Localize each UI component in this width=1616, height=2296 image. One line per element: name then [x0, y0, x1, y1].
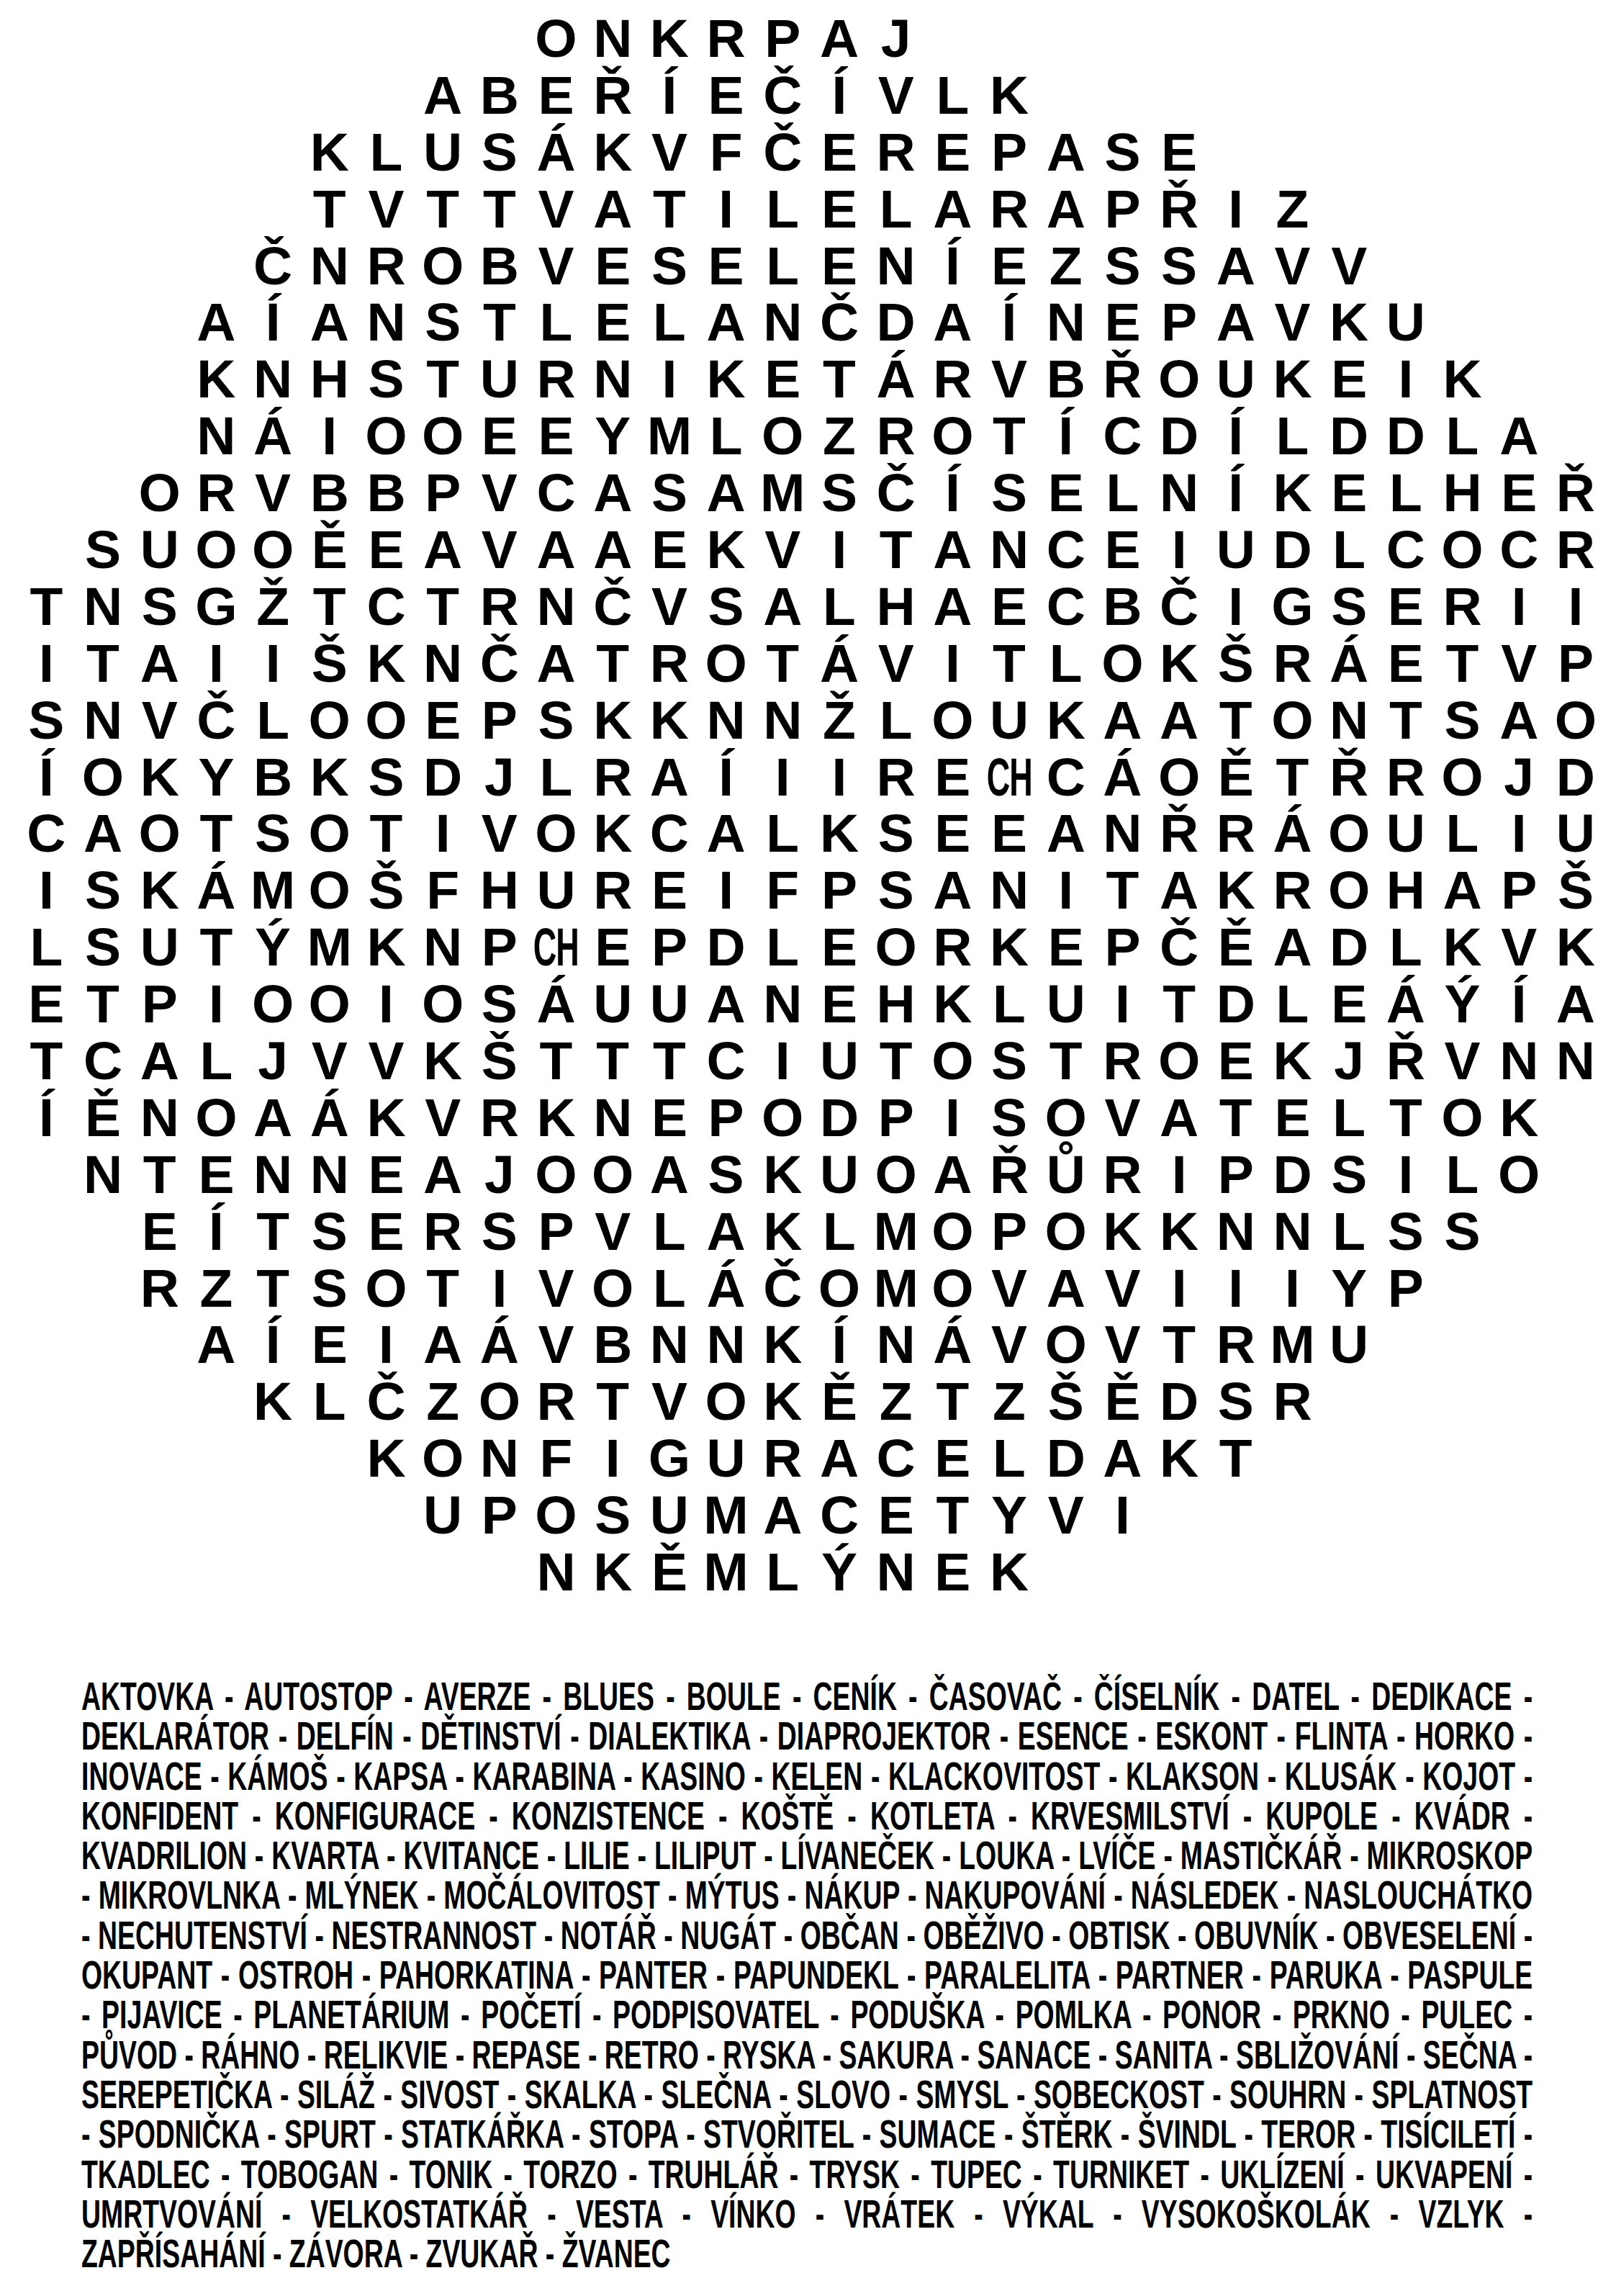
grid-cell: K	[924, 976, 981, 1032]
grid-cell: Í	[188, 1203, 245, 1260]
grid-cell: R	[528, 1373, 584, 1430]
grid-cell: S	[867, 862, 924, 919]
grid-cell: K	[1491, 1089, 1548, 1146]
grid-cell: V	[528, 238, 584, 294]
grid-cell: T	[981, 408, 1038, 464]
grid-cell: S	[415, 294, 471, 351]
grid-cell: V	[1264, 294, 1321, 351]
grid-cell: I	[1207, 578, 1264, 635]
grid-cell: H	[471, 862, 528, 919]
grid-cell: C	[528, 464, 584, 521]
grid-cell: Z	[811, 408, 868, 464]
grid-cell: N	[415, 635, 471, 692]
grid-cell: O	[1264, 692, 1321, 749]
grid-cell: C	[358, 578, 415, 635]
grid-cell: S	[75, 919, 132, 976]
grid-cell: Í	[641, 67, 698, 124]
word-list: AKTOVKA - AUTOSTOP - AVERZE - BLUES - BO…	[81, 1677, 1533, 2274]
grid-cell: I	[1151, 1146, 1208, 1203]
grid-cell: V	[1491, 919, 1548, 976]
grid-cell: O	[924, 408, 981, 464]
grid-cell: L	[754, 805, 811, 862]
grid-cell: Ě	[1207, 919, 1264, 976]
grid-cell: A	[811, 10, 868, 67]
grid-cell: S	[981, 1089, 1038, 1146]
grid-cell: T	[641, 1032, 698, 1089]
grid-cell: R	[867, 749, 924, 806]
grid-cell: T	[415, 351, 471, 408]
grid-cell: K	[358, 1430, 415, 1487]
grid-cell: L	[1321, 521, 1378, 578]
grid-cell: Č	[754, 67, 811, 124]
grid-cell: K	[981, 1544, 1038, 1601]
grid-cell: E	[754, 351, 811, 408]
grid-cell: D	[1151, 408, 1208, 464]
grid-cell: K	[981, 919, 1038, 976]
grid-cell: O	[698, 1373, 754, 1430]
grid-cell: N	[471, 1430, 528, 1487]
grid-cell: E	[1037, 464, 1094, 521]
grid-cell: A	[1094, 1430, 1151, 1487]
grid-cell: Ř	[1151, 181, 1208, 238]
grid-cell: S	[698, 1146, 754, 1203]
grid-cell: N	[698, 1316, 754, 1373]
grid-cell: P	[981, 1203, 1038, 1260]
grid-cell: B	[358, 464, 415, 521]
grid-cell: Č	[245, 238, 302, 294]
grid-cell: E	[1264, 1089, 1321, 1146]
grid-cell: E	[641, 521, 698, 578]
grid-cell: E	[18, 976, 75, 1032]
grid-cell: A	[584, 464, 641, 521]
grid-cell: R	[415, 1203, 471, 1260]
grid-cell: F	[528, 1430, 584, 1487]
grid-cell: O	[924, 1203, 981, 1260]
grid-cell: S	[358, 749, 415, 806]
grid-cell: L	[1321, 1203, 1378, 1260]
grid-cell: S	[1094, 124, 1151, 181]
grid-cell: K	[1321, 294, 1378, 351]
grid-cell: O	[245, 521, 302, 578]
grid-cell: E	[981, 805, 1038, 862]
grid-cell: T	[641, 181, 698, 238]
grid-cell: U	[1548, 805, 1604, 862]
grid-cell: N	[754, 692, 811, 749]
grid-cell: Ř	[1378, 1032, 1435, 1089]
grid-cell: A	[1491, 408, 1548, 464]
grid-cell: S	[981, 464, 1038, 521]
grid-cell: V	[301, 1032, 358, 1089]
grid-cell: Š	[358, 862, 415, 919]
grid-cell: I	[188, 976, 245, 1032]
grid-cell: S	[698, 578, 754, 635]
grid-cell: L	[811, 1203, 868, 1260]
grid-cell: Á	[1378, 976, 1435, 1032]
grid-cell: I	[811, 521, 868, 578]
grid-cell: T	[471, 294, 528, 351]
grid-cell: T	[1434, 635, 1491, 692]
grid-cell: K	[415, 1032, 471, 1089]
grid-cell: Č	[188, 692, 245, 749]
grid-cell: O	[1491, 1146, 1548, 1203]
grid-cell: E	[641, 1089, 698, 1146]
grid-cell: E	[584, 238, 641, 294]
grid-cell: Z	[188, 1260, 245, 1317]
grid-cell: P	[1378, 1260, 1435, 1317]
grid-cell: N	[584, 351, 641, 408]
grid-cell: D	[1378, 408, 1435, 464]
grid-cell: A	[415, 1316, 471, 1373]
grid-cell: K	[584, 692, 641, 749]
grid-cell: E	[1321, 464, 1378, 521]
grid-cell: O	[811, 1260, 868, 1317]
grid-cell: K	[1264, 464, 1321, 521]
grid-cell: U	[641, 1487, 698, 1544]
grid-cell: L	[18, 919, 75, 976]
grid-cell: L	[301, 1373, 358, 1430]
grid-cell: U	[415, 1487, 471, 1544]
grid-cell: O	[1037, 1089, 1094, 1146]
grid-cell: C	[1378, 521, 1435, 578]
grid-cell: I	[584, 1430, 641, 1487]
grid-cell: J	[1321, 1032, 1378, 1089]
grid-cell: B	[584, 1316, 641, 1373]
grid-cell: T	[358, 805, 415, 862]
grid-cell: Ř	[1151, 805, 1208, 862]
grid-cell: C	[867, 1430, 924, 1487]
grid-cell: O	[924, 692, 981, 749]
grid-cell: R	[1094, 1146, 1151, 1203]
grid-cell: O	[471, 1373, 528, 1430]
grid-cell: O	[131, 805, 188, 862]
grid-cell: Ž	[245, 578, 302, 635]
grid-cell: F	[754, 862, 811, 919]
grid-cell: S	[1151, 238, 1208, 294]
grid-cell: V	[1321, 238, 1378, 294]
grid-cell: P	[641, 919, 698, 976]
grid-cell: I	[358, 1316, 415, 1373]
grid-cell: I	[1207, 1260, 1264, 1317]
grid-cell: N	[867, 1316, 924, 1373]
grid-cell: P	[1094, 919, 1151, 976]
grid-cell: M	[301, 919, 358, 976]
grid-cell: Č	[1151, 919, 1208, 976]
grid-cell: Á	[1321, 635, 1378, 692]
grid-cell: A	[415, 67, 471, 124]
grid-cell: L	[1321, 1089, 1378, 1146]
grid-cell: T	[584, 635, 641, 692]
grid-cell: B	[1094, 578, 1151, 635]
grid-cell: M	[754, 464, 811, 521]
grid-cell: R	[867, 124, 924, 181]
grid-cell: N	[1151, 464, 1208, 521]
grid-cell: T	[867, 521, 924, 578]
grid-cell: Á	[188, 862, 245, 919]
grid-cell: T	[18, 578, 75, 635]
grid-cell: V	[415, 1089, 471, 1146]
grid-cell: N	[867, 238, 924, 294]
grid-cell: E	[981, 578, 1038, 635]
grid-cell: Í	[1207, 464, 1264, 521]
grid-cell: O	[245, 976, 302, 1032]
grid-cell: Í	[1207, 408, 1264, 464]
grid-cell: K	[641, 10, 698, 67]
grid-cell: N	[1207, 1203, 1264, 1260]
grid-cell: A	[1037, 181, 1094, 238]
grid-cell: N	[1094, 805, 1151, 862]
grid-cell: P	[528, 1203, 584, 1260]
grid-cell: S	[584, 1487, 641, 1544]
grid-cell: B	[471, 67, 528, 124]
grid-cell: I	[18, 635, 75, 692]
grid-cell: V	[1434, 1032, 1491, 1089]
grid-cell: P	[1151, 294, 1208, 351]
grid-cell: N	[754, 294, 811, 351]
grid-cell: E	[981, 238, 1038, 294]
grid-cell: L	[754, 238, 811, 294]
grid-cell: D	[1264, 521, 1321, 578]
grid-cell: T	[245, 1203, 302, 1260]
grid-cell: N	[641, 1316, 698, 1373]
grid-cell: T	[75, 976, 132, 1032]
grid-cell: P	[131, 976, 188, 1032]
grid-cell: I	[1378, 351, 1435, 408]
grid-cell: A	[754, 578, 811, 635]
grid-cell: N	[867, 1544, 924, 1601]
grid-cell: E	[358, 521, 415, 578]
grid-cell: D	[1548, 749, 1604, 806]
grid-cell: I	[1207, 181, 1264, 238]
grid-cell: C	[641, 805, 698, 862]
grid-cell: Á	[471, 1316, 528, 1373]
grid-cell: Í	[1491, 976, 1548, 1032]
grid-cell: H	[1378, 862, 1435, 919]
grid-cell: E	[641, 862, 698, 919]
grid-cell: L	[867, 181, 924, 238]
grid-cell: E	[584, 919, 641, 976]
grid-cell: B	[471, 238, 528, 294]
grid-cell: K	[754, 1146, 811, 1203]
grid-cell: K	[1434, 351, 1491, 408]
grid-cell: N	[1321, 692, 1378, 749]
grid-cell: Y	[584, 408, 641, 464]
grid-cell: V	[1491, 635, 1548, 692]
grid-cell: B	[245, 749, 302, 806]
grid-cell: O	[584, 1146, 641, 1203]
grid-cell: S	[528, 692, 584, 749]
grid-cell: I	[641, 351, 698, 408]
grid-cell: U	[1321, 1316, 1378, 1373]
grid-cell: O	[358, 1260, 415, 1317]
grid-cell: Í	[1037, 408, 1094, 464]
grid-cell: H	[867, 976, 924, 1032]
grid-cell: T	[301, 578, 358, 635]
grid-cell: Á	[301, 1089, 358, 1146]
grid-cell: P	[1491, 862, 1548, 919]
grid-cell: Á	[811, 635, 868, 692]
grid-cell: R	[1207, 1316, 1264, 1373]
grid-cell: E	[301, 1316, 358, 1373]
grid-cell: S	[1094, 238, 1151, 294]
grid-cell: T	[1207, 692, 1264, 749]
grid-cell: E	[811, 238, 868, 294]
grid-cell: E	[1321, 351, 1378, 408]
grid-cell: E	[924, 805, 981, 862]
grid-cell: E	[924, 749, 981, 806]
grid-cell: A	[415, 1146, 471, 1203]
grid-cell: O	[131, 464, 188, 521]
grid-cell: R	[584, 862, 641, 919]
grid-cell: V	[471, 464, 528, 521]
grid-cell: U	[131, 919, 188, 976]
grid-cell: L	[1264, 408, 1321, 464]
grid-cell: F	[698, 124, 754, 181]
grid-cell: H	[867, 578, 924, 635]
grid-cell: L	[1434, 805, 1491, 862]
grid-cell: T	[1378, 1089, 1435, 1146]
grid-cell: Z	[1264, 181, 1321, 238]
grid-cell: V	[131, 692, 188, 749]
grid-cell: O	[1434, 749, 1491, 806]
grid-cell: I	[415, 805, 471, 862]
grid-cell: Ý	[1434, 976, 1491, 1032]
grid-cell: N	[75, 1146, 132, 1203]
grid-cell: V	[981, 1260, 1038, 1317]
grid-cell: B	[1037, 351, 1094, 408]
grid-cell: D	[1207, 976, 1264, 1032]
grid-cell: A	[1434, 862, 1491, 919]
grid-cell: T	[981, 635, 1038, 692]
grid-cell: R	[1094, 1032, 1151, 1089]
grid-cell: E	[1491, 464, 1548, 521]
grid-cell: S	[245, 805, 302, 862]
grid-cell: Í	[924, 238, 981, 294]
grid-cell: N	[584, 1089, 641, 1146]
grid-cell: A	[584, 181, 641, 238]
grid-cell: Y	[1321, 1260, 1378, 1317]
grid-cell: V	[358, 181, 415, 238]
grid-cell: R	[924, 351, 981, 408]
grid-cell: U	[1378, 294, 1435, 351]
grid-cell: D	[1321, 408, 1378, 464]
grid-cell: N	[75, 578, 132, 635]
grid-cell: E	[131, 1203, 188, 1260]
grid-cell: R	[358, 238, 415, 294]
grid-cell: I	[1491, 805, 1548, 862]
grid-cell: D	[1151, 1373, 1208, 1430]
grid-cell: O	[1037, 1203, 1094, 1260]
grid-cell: Á	[924, 1316, 981, 1373]
grid-cell: C	[1094, 408, 1151, 464]
grid-cell: K	[131, 749, 188, 806]
grid-cell: R	[1434, 578, 1491, 635]
grid-cell: M	[1264, 1316, 1321, 1373]
grid-cell: Á	[528, 976, 584, 1032]
grid-cell: J	[471, 749, 528, 806]
grid-cell: S	[1207, 1373, 1264, 1430]
grid-cell: P	[698, 1089, 754, 1146]
grid-cell: K	[754, 1373, 811, 1430]
grid-cell: Š	[1037, 1373, 1094, 1430]
grid-cell: V	[528, 1260, 584, 1317]
grid-cell: O	[358, 692, 415, 749]
grid-cell: K	[1037, 692, 1094, 749]
grid-cell: O	[924, 1260, 981, 1317]
grid-cell: A	[528, 521, 584, 578]
grid-cell: U	[811, 1032, 868, 1089]
grid-cell: E	[1037, 919, 1094, 976]
grid-cell: R	[1548, 521, 1604, 578]
grid-cell: A	[698, 805, 754, 862]
grid-cell: I	[1151, 521, 1208, 578]
grid-cell: L	[754, 181, 811, 238]
grid-cell: Ř	[1548, 464, 1604, 521]
grid-cell: A	[698, 294, 754, 351]
grid-cell: L	[811, 578, 868, 635]
grid-cell: C	[698, 1032, 754, 1089]
grid-cell: I	[358, 976, 415, 1032]
grid-cell: R	[867, 408, 924, 464]
grid-cell: K	[358, 635, 415, 692]
grid-cell: Ě	[301, 521, 358, 578]
grid-cell: M	[698, 1544, 754, 1601]
grid-cell: O	[1321, 862, 1378, 919]
grid-cell: S	[1321, 1146, 1378, 1203]
grid-cell: L	[981, 1430, 1038, 1487]
grid-cell: S	[471, 124, 528, 181]
grid-cell: E	[811, 976, 868, 1032]
grid-cell: T	[528, 1032, 584, 1089]
grid-cell: O	[867, 919, 924, 976]
grid-cell: A	[1037, 1260, 1094, 1317]
grid-cell: A	[698, 1203, 754, 1260]
grid-cell: Á	[1094, 749, 1151, 806]
grid-cell: T	[131, 1146, 188, 1203]
grid-cell: S	[1321, 578, 1378, 635]
grid-cell: Á	[1264, 805, 1321, 862]
grid-cell: Č	[358, 1373, 415, 1430]
grid-cell: I	[471, 1260, 528, 1317]
grid-cell: Č	[811, 294, 868, 351]
grid-cell: S	[75, 862, 132, 919]
grid-cell: K	[1207, 862, 1264, 919]
grid-cell: V	[641, 1373, 698, 1430]
grid-cell: E	[1094, 521, 1151, 578]
grid-cell: P	[471, 1487, 528, 1544]
grid-cell: O	[301, 805, 358, 862]
grid-cell: T	[415, 578, 471, 635]
grid-cell: Č	[1151, 578, 1208, 635]
grid-cell: Š	[471, 1032, 528, 1089]
grid-cell: I	[1094, 976, 1151, 1032]
word-list-text: AKTOVKA - AUTOSTOP - AVERZE - BLUES - BO…	[81, 1677, 1533, 2274]
grid-cell: M	[867, 1203, 924, 1260]
grid-cell: L	[867, 692, 924, 749]
grid-cell: R	[131, 1260, 188, 1317]
grid-cell: U	[981, 692, 1038, 749]
grid-cell: F	[415, 862, 471, 919]
grid-cell: A	[1207, 294, 1264, 351]
grid-cell: E	[1321, 976, 1378, 1032]
grid-cell: U	[1037, 976, 1094, 1032]
grid-cell: O	[415, 408, 471, 464]
grid-cell: E	[698, 238, 754, 294]
grid-cell: O	[1434, 521, 1491, 578]
grid-cell: E	[867, 1487, 924, 1544]
grid-cell: K	[358, 919, 415, 976]
grid-cell: Ř	[1321, 749, 1378, 806]
grid-cell: O	[924, 1032, 981, 1089]
